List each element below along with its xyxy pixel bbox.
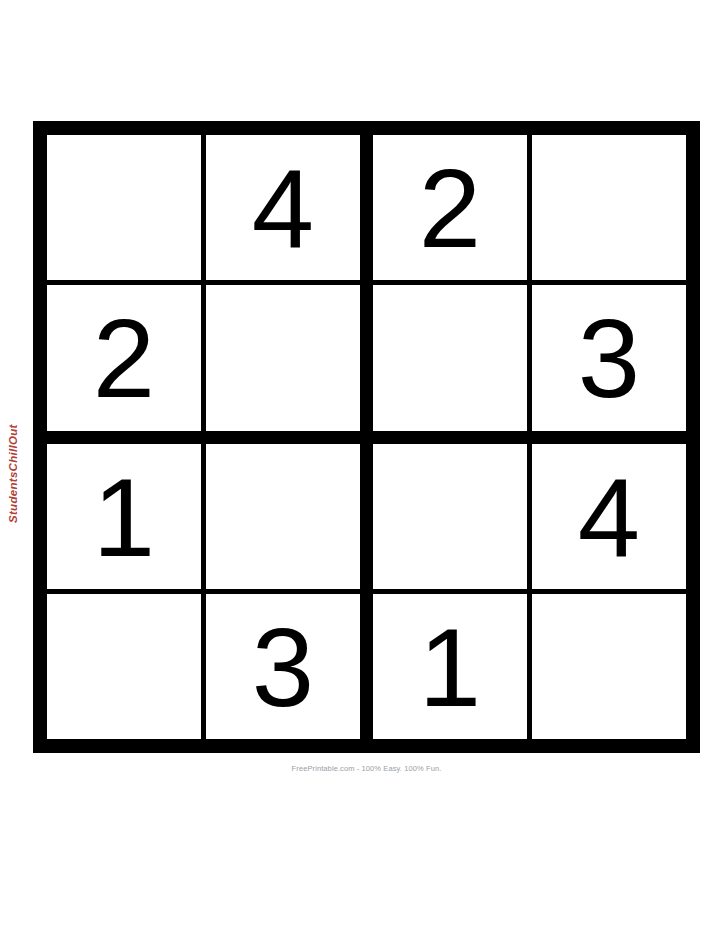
cell-r2c4[interactable]: 3 [532, 285, 686, 430]
cell-r3c1[interactable]: 1 [47, 444, 201, 589]
cell-r4c3[interactable]: 1 [373, 594, 527, 739]
watermark-text: StudentsChillOut [7, 424, 19, 523]
cell-r1c2[interactable]: 4 [206, 135, 360, 280]
cell-r2c2[interactable] [206, 285, 360, 430]
sudoku-board: 4 2 2 3 1 4 3 1 [33, 121, 700, 753]
footer-credit: FreePrintable.com - 100% Easy. 100% Fun. [33, 764, 700, 773]
cell-r3c3[interactable] [373, 444, 527, 589]
cell-r3c2[interactable] [206, 444, 360, 589]
cell-r3c4[interactable]: 4 [532, 444, 686, 589]
cell-r2c1[interactable]: 2 [47, 285, 201, 430]
cell-r4c2[interactable]: 3 [206, 594, 360, 739]
cell-r1c1[interactable] [47, 135, 201, 280]
cell-r4c1[interactable] [47, 594, 201, 739]
cell-r4c4[interactable] [532, 594, 686, 739]
printable-page: StudentsChillOut 4 2 2 3 1 4 3 1 FreePri… [0, 0, 728, 942]
cell-r1c4[interactable] [532, 135, 686, 280]
cell-r1c3[interactable]: 2 [373, 135, 527, 280]
cell-r2c3[interactable] [373, 285, 527, 430]
